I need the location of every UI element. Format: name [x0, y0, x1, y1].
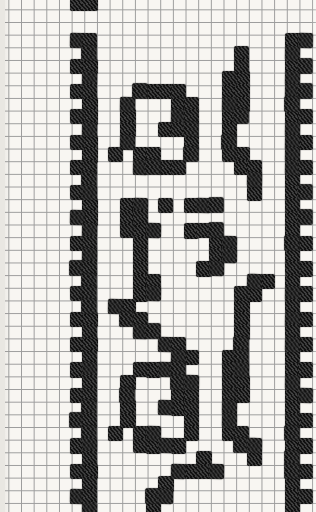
stitch-cell — [209, 463, 225, 479]
stitch-cell — [184, 426, 199, 441]
stitch-cell — [82, 501, 98, 512]
stitch-cell — [120, 96, 136, 112]
stitch-cell — [133, 362, 149, 378]
stitch-cell — [171, 160, 187, 176]
stitch-cell — [171, 463, 187, 479]
stitch-cell — [82, 84, 98, 100]
stitch-cell — [145, 223, 161, 239]
stitch-cell — [208, 197, 224, 213]
stitch-cell — [82, 185, 98, 201]
stitch-cell — [120, 223, 136, 239]
stitch-cell — [297, 387, 313, 403]
stitch-cell — [297, 210, 313, 226]
stitch-grid — [5, 0, 316, 512]
stitch-cell — [82, 451, 98, 467]
stitch-cell — [209, 261, 225, 277]
stitch-cell — [222, 71, 238, 87]
stitch-cell — [81, 45, 97, 61]
stitch-cell — [284, 463, 300, 479]
stitch-cell — [247, 438, 263, 454]
stitch-cell — [284, 235, 300, 251]
stitch-cell — [82, 0, 97, 11]
stitch-cell — [247, 451, 262, 466]
stitch-cell — [284, 425, 300, 441]
stitch-cell — [82, 324, 98, 340]
stitch-cell — [247, 273, 263, 289]
stitch-cell — [247, 185, 262, 200]
stitch-cell — [297, 489, 313, 505]
stitch-cell — [285, 337, 301, 353]
stitch-cell — [247, 172, 263, 188]
stitch-cell — [222, 147, 238, 163]
stitch-cell — [158, 198, 174, 214]
stitch-cell — [171, 438, 186, 453]
stitch-cell — [158, 489, 174, 505]
stitch-cell — [119, 387, 135, 403]
stitch-cell — [285, 261, 301, 277]
cross-stitch-chart-photo — [5, 0, 316, 512]
stitch-cell — [81, 298, 97, 314]
stitch-cell — [183, 375, 199, 391]
stitch-cell — [158, 438, 174, 454]
stitch-cell — [133, 438, 149, 454]
stitch-cell — [298, 438, 313, 453]
stitch-cell — [234, 286, 250, 302]
stitch-cell — [145, 286, 161, 302]
stitch-cell — [158, 400, 174, 416]
stitch-cell — [70, 134, 86, 150]
stitch-cell — [233, 108, 249, 124]
stitch-cell — [145, 159, 161, 175]
stitch-cell — [108, 147, 124, 163]
stitch-cell — [184, 400, 200, 416]
stitch-cell — [297, 160, 313, 176]
stitch-cell — [108, 426, 123, 441]
stitch-cell — [183, 121, 199, 137]
